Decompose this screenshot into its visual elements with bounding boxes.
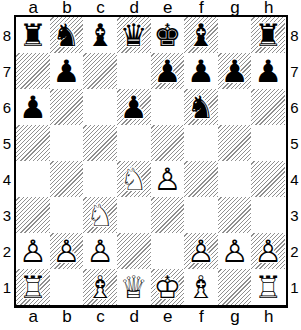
rank-labels-right: 87654321 [288, 15, 301, 309]
square-g2: ♟♙ [218, 233, 252, 269]
piece-outline: ♙ [86, 236, 114, 267]
square-b2: ♟♙ [50, 233, 84, 269]
file-labels-bottom: abcdefgh [17, 308, 286, 330]
rank-label-left-2: 2 [0, 233, 14, 269]
square-a7 [16, 53, 50, 89]
square-d4: ♞♘ [117, 161, 151, 197]
piece-outline: ♗ [187, 272, 215, 303]
piece-glyph: ♟ [153, 56, 181, 87]
piece-glyph: ♟ [254, 56, 282, 87]
piece-black-knight: ♞ [184, 90, 218, 126]
square-a5 [16, 125, 50, 161]
file-label-top-b: b [50, 1, 84, 15]
square-a2: ♟♙ [16, 233, 50, 269]
piece-outline: ♙ [53, 236, 81, 267]
square-d8: ♛ [117, 17, 151, 53]
square-h5 [251, 125, 285, 161]
piece-outline: ♙ [153, 164, 181, 195]
piece-glyph: ♝ [86, 20, 114, 51]
rank-label-right-3: 3 [288, 197, 301, 233]
square-e2 [151, 233, 185, 269]
piece-black-pawn: ♟ [117, 90, 151, 126]
rank-label-left-4: 4 [0, 161, 14, 197]
piece-outline: ♔ [153, 272, 181, 303]
piece-white-rook: ♜♖ [251, 270, 285, 306]
square-g4 [218, 161, 252, 197]
piece-white-pawn: ♟♙ [83, 234, 117, 270]
piece-glyph: ♞ [187, 92, 215, 123]
file-label-top-f: f [185, 1, 219, 15]
square-b6 [50, 89, 84, 125]
rank-label-left-5: 5 [0, 125, 14, 161]
file-label-bottom-a: a [17, 310, 51, 324]
square-c7 [83, 53, 117, 89]
rank-label-left-3: 3 [0, 197, 14, 233]
square-e6 [151, 89, 185, 125]
chess-board: ♜♞♝♛♚♝♜♟♟♟♟♟♟♟♞♞♘♟♙♞♘♟♙♟♙♟♙♟♙♟♙♟♙♜♖♝♗♛♕♚… [16, 17, 285, 305]
piece-black-rook: ♜ [251, 18, 285, 54]
piece-black-rook: ♜ [16, 18, 50, 54]
file-label-top-h: h [252, 1, 286, 15]
file-label-top-g: g [218, 1, 252, 15]
piece-black-pawn: ♟ [184, 54, 218, 90]
square-e5 [151, 125, 185, 161]
file-label-top-d: d [117, 1, 151, 15]
square-h7: ♟ [251, 53, 285, 89]
piece-glyph: ♜ [19, 20, 47, 51]
square-b5 [50, 125, 84, 161]
piece-outline: ♙ [187, 236, 215, 267]
piece-white-queen: ♛♕ [117, 270, 151, 306]
piece-glyph: ♟ [221, 56, 249, 87]
square-c6 [83, 89, 117, 125]
square-a4 [16, 161, 50, 197]
piece-glyph: ♟ [120, 92, 148, 123]
piece-black-king: ♚ [151, 18, 185, 54]
piece-white-pawn: ♟♙ [184, 234, 218, 270]
piece-black-knight: ♞ [50, 18, 84, 54]
square-h6 [251, 89, 285, 125]
file-label-top-c: c [84, 1, 118, 15]
piece-outline: ♙ [19, 236, 47, 267]
piece-white-pawn: ♟♙ [151, 162, 185, 198]
piece-black-pawn: ♟ [251, 54, 285, 90]
board-border: ♜♞♝♛♚♝♜♟♟♟♟♟♟♟♞♞♘♟♙♞♘♟♙♟♙♟♙♟♙♟♙♟♙♜♖♝♗♛♕♚… [14, 15, 288, 309]
piece-white-bishop: ♝♗ [184, 270, 218, 306]
piece-white-pawn: ♟♙ [251, 234, 285, 270]
rank-label-right-8: 8 [288, 17, 301, 53]
piece-outline: ♙ [221, 236, 249, 267]
piece-outline: ♘ [120, 164, 148, 195]
piece-glyph: ♚ [153, 20, 181, 51]
square-f1: ♝♗ [184, 269, 218, 305]
piece-outline: ♙ [254, 236, 282, 267]
piece-black-queen: ♛ [117, 18, 151, 54]
square-g5 [218, 125, 252, 161]
piece-outline: ♖ [254, 272, 282, 303]
piece-black-pawn: ♟ [218, 54, 252, 90]
rank-label-right-7: 7 [288, 53, 301, 89]
rank-label-right-2: 2 [288, 233, 301, 269]
file-labels-top: abcdefgh [17, 0, 286, 15]
file-label-top-a: a [17, 1, 51, 15]
square-f6: ♞ [184, 89, 218, 125]
square-e8: ♚ [151, 17, 185, 53]
square-c5 [83, 125, 117, 161]
square-b7: ♟ [50, 53, 84, 89]
square-b8: ♞ [50, 17, 84, 53]
square-b4 [50, 161, 84, 197]
piece-outline: ♕ [120, 272, 148, 303]
square-a3 [16, 197, 50, 233]
rank-label-left-6: 6 [0, 89, 14, 125]
file-label-bottom-g: g [218, 310, 252, 324]
square-e7: ♟ [151, 53, 185, 89]
piece-black-bishop: ♝ [184, 18, 218, 54]
chess-diagram: abcdefgh 87654321 ♜♞♝♛♚♝♜♟♟♟♟♟♟♟♞♞♘♟♙♞♘♟… [0, 0, 301, 330]
rank-label-right-6: 6 [288, 89, 301, 125]
file-label-bottom-d: d [117, 310, 151, 324]
square-f4 [184, 161, 218, 197]
square-b3 [50, 197, 84, 233]
square-f5 [184, 125, 218, 161]
piece-black-pawn: ♟ [16, 90, 50, 126]
file-label-bottom-f: f [185, 310, 219, 324]
square-g3 [218, 197, 252, 233]
square-d1: ♛♕ [117, 269, 151, 305]
square-g8 [218, 17, 252, 53]
piece-white-knight: ♞♘ [117, 162, 151, 198]
piece-white-king: ♚♔ [151, 270, 185, 306]
square-g1 [218, 269, 252, 305]
piece-glyph: ♟ [187, 56, 215, 87]
square-c4 [83, 161, 117, 197]
square-d5 [117, 125, 151, 161]
piece-white-rook: ♜♖ [16, 270, 50, 306]
square-g7: ♟ [218, 53, 252, 89]
square-f2: ♟♙ [184, 233, 218, 269]
piece-glyph: ♟ [53, 56, 81, 87]
rank-labels-left: 87654321 [0, 15, 14, 309]
square-h8: ♜ [251, 17, 285, 53]
square-d7 [117, 53, 151, 89]
square-c8: ♝ [83, 17, 117, 53]
square-h1: ♜♖ [251, 269, 285, 305]
piece-black-bishop: ♝ [83, 18, 117, 54]
rank-label-left-1: 1 [0, 269, 14, 305]
square-h4 [251, 161, 285, 197]
square-f8: ♝ [184, 17, 218, 53]
piece-glyph: ♞ [53, 20, 81, 51]
square-h2: ♟♙ [251, 233, 285, 269]
square-b1 [50, 269, 84, 305]
square-h3 [251, 197, 285, 233]
square-f3 [184, 197, 218, 233]
piece-white-bishop: ♝♗ [83, 270, 117, 306]
piece-glyph: ♝ [187, 20, 215, 51]
square-d3 [117, 197, 151, 233]
piece-white-pawn: ♟♙ [16, 234, 50, 270]
piece-black-pawn: ♟ [151, 54, 185, 90]
file-label-top-e: e [151, 1, 185, 15]
square-e4: ♟♙ [151, 161, 185, 197]
piece-black-pawn: ♟ [50, 54, 84, 90]
rank-label-left-8: 8 [0, 17, 14, 53]
piece-glyph: ♜ [254, 20, 282, 51]
square-d6: ♟ [117, 89, 151, 125]
piece-white-knight: ♞♘ [83, 198, 117, 234]
file-label-bottom-h: h [252, 310, 286, 324]
square-f7: ♟ [184, 53, 218, 89]
square-a6: ♟ [16, 89, 50, 125]
piece-white-pawn: ♟♙ [50, 234, 84, 270]
piece-outline: ♖ [19, 272, 47, 303]
piece-outline: ♗ [86, 272, 114, 303]
square-e1: ♚♔ [151, 269, 185, 305]
file-label-bottom-c: c [84, 310, 118, 324]
piece-glyph: ♛ [120, 20, 148, 51]
piece-white-pawn: ♟♙ [218, 234, 252, 270]
square-a1: ♜♖ [16, 269, 50, 305]
rank-label-left-7: 7 [0, 53, 14, 89]
square-d2 [117, 233, 151, 269]
square-c3: ♞♘ [83, 197, 117, 233]
file-label-bottom-e: e [151, 310, 185, 324]
square-e3 [151, 197, 185, 233]
piece-glyph: ♟ [19, 92, 47, 123]
square-g6 [218, 89, 252, 125]
rank-label-right-4: 4 [288, 161, 301, 197]
piece-outline: ♘ [86, 200, 114, 231]
rank-label-right-1: 1 [288, 269, 301, 305]
rank-label-right-5: 5 [288, 125, 301, 161]
square-c1: ♝♗ [83, 269, 117, 305]
square-a8: ♜ [16, 17, 50, 53]
file-label-bottom-b: b [50, 310, 84, 324]
square-c2: ♟♙ [83, 233, 117, 269]
